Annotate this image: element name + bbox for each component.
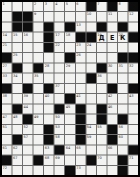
crossword-cell[interactable]: 64 — [65, 145, 75, 154]
clue-number: 61 — [3, 145, 7, 149]
blocked-cell — [97, 22, 107, 31]
crossword-cell[interactable]: 69 — [55, 156, 65, 165]
crossword-cell[interactable] — [86, 166, 96, 175]
crossword-cell[interactable] — [44, 12, 54, 21]
crossword-cell[interactable]: 19Д — [97, 33, 107, 42]
crossword-cell[interactable]: 4 — [55, 2, 65, 11]
crossword-cell[interactable] — [86, 22, 96, 31]
clue-number: 39 — [24, 94, 28, 98]
crossword-cell[interactable] — [118, 74, 128, 83]
crossword-cell[interactable] — [34, 84, 44, 93]
crossword-cell[interactable] — [34, 135, 44, 144]
blocked-cell — [55, 104, 65, 113]
crossword-cell[interactable] — [128, 166, 138, 175]
crossword-cell[interactable]: 13 — [76, 22, 86, 31]
crossword-cell[interactable] — [97, 53, 107, 62]
crossword-cell[interactable]: 28 — [44, 63, 54, 72]
clue-number: 34 — [13, 74, 17, 78]
crossword-cell[interactable]: 31 — [118, 63, 128, 72]
blocked-cell — [13, 104, 23, 113]
clue-number: 40 — [45, 94, 49, 98]
crossword-cell[interactable] — [86, 84, 96, 93]
blocked-cell — [128, 2, 138, 11]
crossword-cell[interactable] — [44, 166, 54, 175]
blocked-cell — [34, 63, 44, 72]
crossword-cell[interactable]: 61 — [2, 145, 12, 154]
blocked-cell — [118, 53, 128, 62]
crossword-cell[interactable] — [107, 22, 117, 31]
blocked-cell — [76, 135, 86, 144]
clue-number: 70 — [97, 156, 101, 160]
crossword-cell[interactable]: 20К — [118, 33, 128, 42]
crossword-cell[interactable]: 34 — [13, 74, 23, 83]
crossword-cell[interactable]: 55 — [97, 125, 107, 134]
crossword-cell[interactable]: 30 — [107, 63, 117, 72]
crossword-cell[interactable] — [65, 43, 75, 52]
crossword-cell[interactable]: 44 — [23, 104, 33, 113]
blocked-cell — [55, 145, 65, 154]
crossword-cell[interactable]: Е — [107, 33, 117, 42]
crossword-cell[interactable] — [76, 84, 86, 93]
blocked-cell — [65, 166, 75, 175]
blocked-cell — [34, 156, 44, 165]
crossword-cell[interactable]: 71 — [128, 156, 138, 165]
crossword-cell[interactable] — [23, 166, 33, 175]
crossword-cell[interactable] — [107, 43, 117, 52]
crossword-cell[interactable] — [23, 156, 33, 165]
crossword-cell[interactable] — [23, 74, 33, 83]
crossword-cell[interactable]: 53 — [55, 125, 65, 134]
crossword-board: 12345678910111213141516171819ДЕ20К212223… — [0, 0, 140, 177]
blocked-cell — [107, 84, 117, 93]
crossword-cell[interactable] — [118, 43, 128, 52]
crossword-cell[interactable] — [86, 145, 96, 154]
blocked-cell — [44, 135, 54, 144]
crossword-cell[interactable]: 67 — [13, 156, 23, 165]
clue-number: 48 — [13, 115, 17, 119]
clue-number: 66 — [108, 145, 112, 149]
crossword-cell[interactable]: 29 — [65, 63, 75, 72]
crossword-cell[interactable]: 54 — [86, 125, 96, 134]
crossword-cell[interactable]: 72 — [2, 166, 12, 175]
clue-number: 13 — [76, 22, 80, 26]
crossword-cell[interactable] — [34, 104, 44, 113]
crossword-cell[interactable]: 23 — [76, 43, 86, 52]
clue-number: 15 — [13, 33, 17, 37]
blocked-cell — [13, 22, 23, 31]
crossword-cell[interactable] — [34, 166, 44, 175]
clue-number: 55 — [97, 125, 101, 129]
clue-number: 73 — [76, 166, 80, 170]
cell-letter: К — [118, 33, 128, 42]
crossword-cell[interactable]: 66 — [107, 145, 117, 154]
clue-number: 6 — [76, 2, 78, 6]
crossword-cell[interactable] — [118, 84, 128, 93]
blocked-cell — [118, 22, 128, 31]
crossword-cell[interactable] — [13, 94, 23, 103]
crossword-cell[interactable] — [97, 84, 107, 93]
clue-number: 10 — [87, 12, 91, 16]
crossword-cell[interactable] — [34, 43, 44, 52]
clue-number: 24 — [87, 43, 91, 47]
crossword-cell[interactable]: 16 — [23, 33, 33, 42]
crossword-cell[interactable] — [97, 94, 107, 103]
crossword-cell[interactable] — [23, 2, 33, 11]
blocked-cell — [13, 63, 23, 72]
clue-number: 44 — [24, 104, 28, 108]
crossword-cell[interactable]: 70 — [97, 156, 107, 165]
crossword-cell[interactable] — [55, 74, 65, 83]
crossword-cell[interactable]: 58 — [55, 135, 65, 144]
crossword-cell[interactable]: 21 — [2, 43, 12, 52]
crossword-cell[interactable] — [55, 166, 65, 175]
clue-number: 65 — [76, 145, 80, 149]
clue-number: 21 — [3, 43, 7, 47]
blocked-cell — [44, 33, 54, 42]
crossword-cell[interactable] — [55, 63, 65, 72]
blocked-cell — [86, 156, 96, 165]
clue-number: 60 — [118, 135, 122, 139]
crossword-cell[interactable] — [2, 12, 12, 21]
crossword-cell[interactable]: 11 — [107, 12, 117, 21]
crossword-cell[interactable] — [97, 135, 107, 144]
blocked-cell — [44, 43, 54, 52]
crossword-cell[interactable] — [34, 22, 44, 31]
clue-number: 22 — [55, 43, 59, 47]
crossword-cell[interactable]: 46 — [107, 104, 117, 113]
clue-number: 46 — [108, 104, 112, 108]
blocked-cell — [65, 53, 75, 62]
clue-number: 56 — [118, 125, 122, 129]
clue-number: 53 — [55, 125, 59, 129]
crossword-cell[interactable] — [76, 63, 86, 72]
clue-number: 4 — [55, 2, 57, 6]
blocked-cell — [2, 156, 12, 165]
clue-number: 59 — [87, 135, 91, 139]
blocked-cell — [76, 115, 86, 124]
crossword-cell[interactable]: 40 — [44, 94, 54, 103]
clue-number: 57 — [24, 135, 28, 139]
crossword-cell[interactable]: 33 — [2, 74, 12, 83]
crossword-cell[interactable]: 1 — [2, 2, 12, 11]
crossword-cell[interactable]: 27 — [2, 63, 12, 72]
crossword-cell[interactable]: 32 — [128, 63, 138, 72]
crossword-cell[interactable]: 37 — [55, 84, 65, 93]
blocked-cell — [23, 115, 33, 124]
blocked-cell — [2, 84, 12, 93]
clue-number: 62 — [13, 145, 17, 149]
clue-number: 5 — [66, 2, 68, 6]
blocked-cell — [23, 22, 33, 31]
blocked-cell — [44, 84, 54, 93]
crossword-cell[interactable] — [2, 22, 12, 31]
blocked-cell — [128, 33, 138, 42]
crossword-cell[interactable] — [118, 104, 128, 113]
clue-number: 43 — [129, 94, 133, 98]
crossword-cell[interactable] — [65, 135, 75, 144]
blocked-cell — [23, 84, 33, 93]
clue-number: 64 — [66, 145, 70, 149]
crossword-cell[interactable]: 60 — [118, 135, 128, 144]
blocked-cell — [118, 166, 128, 175]
crossword-cell[interactable]: 3 — [44, 2, 54, 11]
blocked-cell — [65, 22, 75, 31]
clue-number: 32 — [129, 63, 133, 67]
crossword-cell[interactable]: 59 — [86, 135, 96, 144]
crossword-cell[interactable] — [65, 156, 75, 165]
crossword-cell[interactable]: 22 — [55, 43, 65, 52]
crossword-cell[interactable] — [128, 74, 138, 83]
clue-number: 18 — [66, 33, 70, 37]
blocked-cell — [2, 53, 12, 62]
crossword-cell[interactable] — [107, 115, 117, 124]
crossword-cell[interactable]: 45 — [65, 104, 75, 113]
crossword-cell[interactable] — [34, 125, 44, 134]
clue-number: 68 — [45, 156, 49, 160]
clue-number: 27 — [3, 63, 7, 67]
cell-letter: Д — [97, 33, 107, 42]
crossword-cell[interactable]: 25 — [13, 53, 23, 62]
blocked-cell — [107, 2, 117, 11]
blocked-cell — [118, 156, 128, 165]
clue-number: 25 — [13, 53, 17, 57]
crossword-cell[interactable]: 62 — [13, 145, 23, 154]
clue-number: 47 — [3, 115, 7, 119]
clue-number: 31 — [118, 63, 122, 67]
blocked-cell — [13, 135, 23, 144]
crossword-cell[interactable]: 7 — [97, 2, 107, 11]
blocked-cell — [76, 104, 86, 113]
blocked-cell — [65, 94, 75, 103]
crossword-cell[interactable] — [13, 43, 23, 52]
crossword-cell[interactable] — [44, 53, 54, 62]
blocked-cell — [128, 145, 138, 154]
crossword-cell[interactable]: 41 — [76, 94, 86, 103]
crossword-cell[interactable]: 52 — [23, 125, 33, 134]
clue-number: 17 — [55, 33, 59, 37]
blocked-cell — [86, 33, 96, 42]
crossword-cell[interactable] — [97, 166, 107, 175]
crossword-cell[interactable] — [97, 43, 107, 52]
blocked-cell — [118, 115, 128, 124]
crossword-cell[interactable] — [23, 63, 33, 72]
crossword-cell[interactable] — [118, 94, 128, 103]
crossword-cell[interactable]: 8 — [118, 2, 128, 11]
crossword-cell[interactable] — [128, 22, 138, 31]
blocked-cell — [97, 63, 107, 72]
blocked-cell — [44, 125, 54, 134]
clue-number: 14 — [3, 33, 7, 37]
crossword-cell[interactable]: 65 — [76, 145, 86, 154]
crossword-cell[interactable] — [86, 104, 96, 113]
crossword-cell[interactable] — [65, 74, 75, 83]
crossword-cell[interactable]: 50 — [55, 115, 65, 124]
crossword-cell[interactable] — [23, 53, 33, 62]
crossword-cell[interactable] — [65, 115, 75, 124]
crossword-cell[interactable] — [65, 125, 75, 134]
crossword-cell[interactable] — [65, 12, 75, 21]
crossword-grid: 12345678910111213141516171819ДЕ20К212223… — [2, 2, 138, 175]
crossword-cell[interactable] — [86, 53, 96, 62]
crossword-cell[interactable]: 43 — [128, 94, 138, 103]
blocked-cell — [86, 2, 96, 11]
clue-number: 2 — [34, 2, 36, 6]
blocked-cell — [128, 53, 138, 62]
blocked-cell — [97, 104, 107, 113]
crossword-cell[interactable] — [97, 12, 107, 21]
clue-number: 72 — [3, 166, 7, 170]
crossword-cell[interactable]: 14 — [2, 33, 12, 42]
crossword-cell[interactable] — [44, 74, 54, 83]
crossword-cell[interactable] — [128, 43, 138, 52]
clue-number: 1 — [3, 2, 5, 6]
clue-number: 3 — [45, 2, 47, 6]
crossword-cell[interactable] — [23, 145, 33, 154]
crossword-cell[interactable] — [107, 53, 117, 62]
crossword-cell[interactable]: 12 — [128, 12, 138, 21]
crossword-cell[interactable] — [44, 115, 54, 124]
crossword-cell[interactable]: 36 — [97, 74, 107, 83]
crossword-cell[interactable] — [128, 125, 138, 134]
blocked-cell — [44, 22, 54, 31]
crossword-cell[interactable] — [34, 33, 44, 42]
clue-number: 7 — [97, 2, 99, 6]
clue-number: 9 — [34, 12, 36, 16]
clue-number: 41 — [76, 94, 80, 98]
crossword-cell[interactable]: 9 — [34, 12, 44, 21]
clue-number: 38 — [3, 94, 7, 98]
crossword-cell[interactable]: 10 — [86, 12, 96, 21]
crossword-cell[interactable]: 51 — [2, 125, 12, 134]
crossword-screenshot: 12345678910111213141516171819ДЕ20К212223… — [0, 0, 140, 177]
crossword-cell[interactable]: 42 — [107, 94, 117, 103]
crossword-cell[interactable] — [76, 12, 86, 21]
crossword-cell[interactable]: 68 — [44, 156, 54, 165]
blocked-cell — [97, 115, 107, 124]
blocked-cell — [128, 84, 138, 93]
blocked-cell — [76, 33, 86, 42]
crossword-cell[interactable]: 63 — [44, 145, 54, 154]
crossword-cell[interactable] — [65, 84, 75, 93]
crossword-cell[interactable]: 73 — [76, 166, 86, 175]
crossword-cell[interactable] — [13, 166, 23, 175]
clue-number: 50 — [55, 115, 59, 119]
crossword-cell[interactable] — [13, 2, 23, 11]
clue-number: 16 — [24, 33, 28, 37]
clue-number: 49 — [34, 115, 38, 119]
crossword-cell[interactable] — [118, 145, 128, 154]
crossword-cell[interactable] — [107, 166, 117, 175]
crossword-cell[interactable] — [86, 63, 96, 72]
clue-number: 26 — [76, 53, 80, 57]
blocked-cell — [107, 135, 117, 144]
crossword-cell[interactable] — [128, 135, 138, 144]
crossword-cell[interactable] — [86, 94, 96, 103]
clue-number: 45 — [66, 104, 70, 108]
crossword-cell[interactable] — [128, 104, 138, 113]
clue-number: 42 — [108, 94, 112, 98]
crossword-cell[interactable]: 47 — [2, 115, 12, 124]
clue-number: 11 — [108, 12, 112, 16]
crossword-cell[interactable] — [55, 22, 65, 31]
crossword-cell[interactable] — [107, 74, 117, 83]
crossword-cell[interactable]: 5 — [65, 2, 75, 11]
clue-number: 30 — [108, 63, 112, 67]
crossword-cell[interactable] — [107, 156, 117, 165]
crossword-cell[interactable] — [55, 53, 65, 62]
clue-number: 29 — [66, 63, 70, 67]
crossword-cell[interactable] — [44, 104, 54, 113]
clue-number: 35 — [34, 74, 38, 78]
crossword-cell[interactable] — [86, 115, 96, 124]
crossword-cell[interactable]: 48 — [13, 115, 23, 124]
clue-number: 28 — [45, 63, 49, 67]
blocked-cell — [86, 74, 96, 83]
crossword-cell[interactable] — [55, 94, 65, 103]
clue-number: 69 — [55, 156, 59, 160]
crossword-cell[interactable]: 17 — [55, 33, 65, 42]
crossword-cell[interactable] — [34, 94, 44, 103]
crossword-cell[interactable]: 56 — [118, 125, 128, 134]
crossword-cell[interactable]: 6 — [76, 2, 86, 11]
clue-number: 37 — [55, 84, 59, 88]
crossword-cell[interactable]: 49 — [34, 115, 44, 124]
clue-number: 52 — [24, 125, 28, 129]
clue-number: 12 — [129, 12, 133, 16]
crossword-cell[interactable]: 26 — [76, 53, 86, 62]
crossword-cell[interactable]: 24 — [86, 43, 96, 52]
clue-number: 36 — [97, 74, 101, 78]
crossword-cell[interactable] — [13, 125, 23, 134]
crossword-cell[interactable]: 39 — [23, 94, 33, 103]
blocked-cell — [76, 125, 86, 134]
clue-number: 58 — [55, 135, 59, 139]
crossword-cell[interactable] — [97, 145, 107, 154]
crossword-cell[interactable]: 57 — [23, 135, 33, 144]
crossword-cell[interactable]: 15 — [13, 33, 23, 42]
clue-number: 23 — [76, 43, 80, 47]
crossword-cell[interactable] — [13, 84, 23, 93]
crossword-cell[interactable] — [2, 135, 12, 144]
blocked-cell — [107, 125, 117, 134]
clue-number: 51 — [3, 125, 7, 129]
crossword-cell[interactable] — [76, 74, 86, 83]
crossword-cell[interactable] — [2, 104, 12, 113]
clue-number: 54 — [87, 125, 91, 129]
clue-number: 8 — [118, 2, 120, 6]
clue-number: 67 — [13, 156, 17, 160]
crossword-cell[interactable]: 38 — [2, 94, 12, 103]
crossword-cell[interactable] — [76, 156, 86, 165]
cell-letter: Е — [107, 33, 117, 42]
crossword-cell[interactable]: 2 — [34, 2, 44, 11]
clue-number: 71 — [129, 156, 133, 160]
crossword-cell[interactable] — [34, 145, 44, 154]
blocked-cell — [13, 12, 23, 21]
crossword-cell[interactable] — [128, 115, 138, 124]
crossword-cell[interactable] — [34, 53, 44, 62]
crossword-cell[interactable] — [118, 12, 128, 21]
crossword-cell[interactable]: 18 — [65, 33, 75, 42]
crossword-cell[interactable]: 35 — [34, 74, 44, 83]
crossword-cell[interactable] — [55, 12, 65, 21]
blocked-cell — [23, 12, 33, 21]
crossword-cell[interactable] — [23, 43, 33, 52]
clue-number: 33 — [3, 74, 7, 78]
clue-number: 63 — [45, 145, 49, 149]
